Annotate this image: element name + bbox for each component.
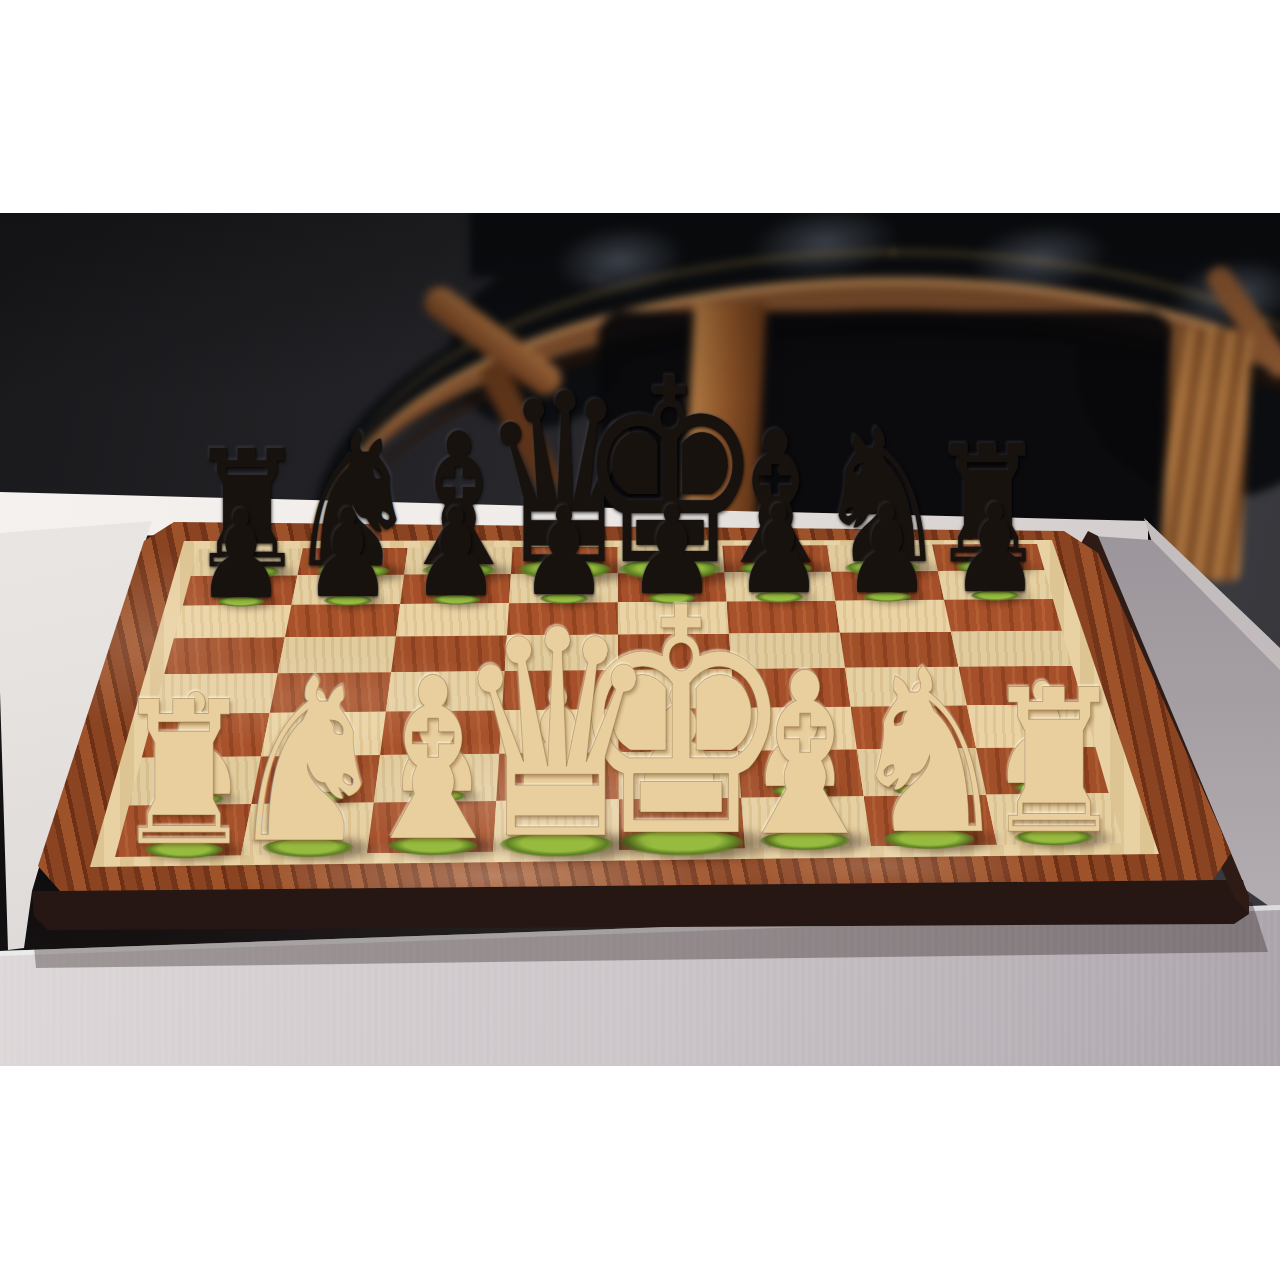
- product-photo-canvas: ♜♞♝♛♚♝♞♜♟♟♟♟♟♟♟♟♟♟♟♟♟♟♟♟♜♞♝♛♚♝♞♜: [0, 0, 1280, 1280]
- piece-black-pawn-a7[interactable]: ♟: [196, 494, 286, 616]
- piece-black-pawn-h7[interactable]: ♟: [950, 489, 1040, 611]
- letterbox-top: [0, 0, 1280, 213]
- letterbox-bottom: [0, 1066, 1280, 1280]
- piece-white-rook-a1[interactable]: ♜: [111, 676, 256, 874]
- piece-black-pawn-g7[interactable]: ♟: [842, 489, 932, 611]
- piece-black-pawn-b7[interactable]: ♟: [304, 494, 394, 616]
